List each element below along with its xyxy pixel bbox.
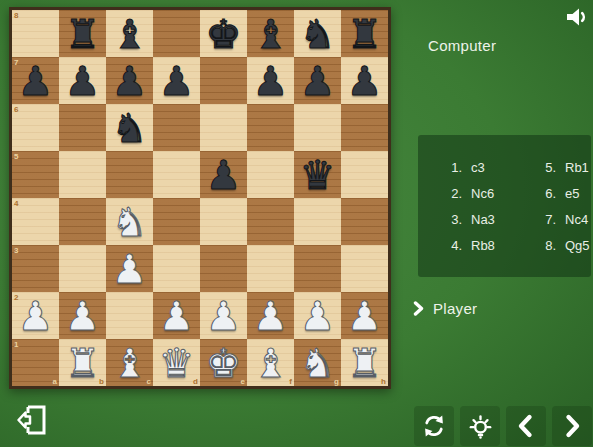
square-b8[interactable]: ♜ bbox=[59, 10, 106, 57]
piece-black-queen: ♛ bbox=[300, 153, 336, 197]
sound-button[interactable] bbox=[560, 2, 593, 32]
square-b4[interactable] bbox=[59, 198, 106, 245]
piece-white-pawn: ♟ bbox=[159, 294, 195, 338]
square-g1[interactable]: g♞ bbox=[294, 339, 341, 386]
square-b2[interactable]: ♟ bbox=[59, 292, 106, 339]
move-text: Nc4 bbox=[556, 212, 591, 227]
hint-bulb-icon bbox=[467, 413, 494, 440]
piece-white-pawn: ♟ bbox=[206, 294, 242, 338]
rank-coordinate-label: 2 bbox=[14, 293, 18, 302]
restart-button[interactable] bbox=[414, 406, 454, 446]
square-e7[interactable] bbox=[200, 57, 247, 104]
file-coordinate-label: a bbox=[53, 377, 57, 386]
exit-button[interactable] bbox=[12, 399, 52, 443]
piece-white-pawn: ♟ bbox=[112, 247, 148, 291]
piece-black-rook: ♜ bbox=[65, 12, 101, 56]
move-number: 6. bbox=[520, 186, 556, 201]
square-d4[interactable] bbox=[153, 198, 200, 245]
piece-white-rook: ♜ bbox=[65, 341, 101, 385]
piece-white-bishop: ♝ bbox=[253, 341, 289, 385]
file-coordinate-label: h bbox=[381, 377, 386, 386]
square-b3[interactable] bbox=[59, 245, 106, 292]
rank-coordinate-label: 1 bbox=[14, 340, 18, 349]
rank-coordinate-label: 5 bbox=[14, 152, 18, 161]
file-coordinate-label: d bbox=[193, 377, 198, 386]
square-e2[interactable]: ♟ bbox=[200, 292, 247, 339]
square-c3[interactable]: ♟ bbox=[106, 245, 153, 292]
square-a2[interactable]: 2♟ bbox=[12, 292, 59, 339]
piece-black-rook: ♜ bbox=[347, 12, 383, 56]
rank-coordinate-label: 8 bbox=[14, 11, 18, 20]
square-g6[interactable] bbox=[294, 104, 341, 151]
square-c8[interactable]: ♝ bbox=[106, 10, 153, 57]
chevron-right-icon bbox=[413, 301, 424, 316]
piece-white-bishop: ♝ bbox=[112, 341, 148, 385]
move-number: 5. bbox=[520, 160, 556, 175]
square-e6[interactable] bbox=[200, 104, 247, 151]
piece-black-king: ♚ bbox=[206, 12, 242, 56]
piece-black-pawn: ♟ bbox=[159, 59, 195, 103]
square-c5[interactable] bbox=[106, 151, 153, 198]
square-f4[interactable] bbox=[247, 198, 294, 245]
square-a4[interactable]: 4 bbox=[12, 198, 59, 245]
move-number: 7. bbox=[520, 212, 556, 227]
square-d7[interactable]: ♟ bbox=[153, 57, 200, 104]
square-e8[interactable]: ♚ bbox=[200, 10, 247, 57]
square-d2[interactable]: ♟ bbox=[153, 292, 200, 339]
undo-move-button[interactable] bbox=[506, 406, 546, 446]
piece-black-knight: ♞ bbox=[300, 12, 336, 56]
square-h4[interactable] bbox=[341, 198, 388, 245]
move-list-panel: 1. c3 5. Rb1 2. Nc6 6. e5 3. Na3 7. Nc4 … bbox=[418, 135, 591, 277]
square-f8[interactable]: ♝ bbox=[247, 10, 294, 57]
piece-black-bishop: ♝ bbox=[112, 12, 148, 56]
piece-white-pawn: ♟ bbox=[300, 294, 336, 338]
move-number: 3. bbox=[418, 212, 462, 227]
square-c6[interactable]: ♞ bbox=[106, 104, 153, 151]
move-number: 8. bbox=[520, 238, 556, 253]
square-e5[interactable]: ♟ bbox=[200, 151, 247, 198]
rank-coordinate-label: 6 bbox=[14, 105, 18, 114]
square-a5[interactable]: 5 bbox=[12, 151, 59, 198]
move-text: Rb1 bbox=[556, 160, 591, 175]
file-coordinate-label: f bbox=[289, 377, 292, 386]
piece-black-pawn: ♟ bbox=[65, 59, 101, 103]
piece-white-pawn: ♟ bbox=[18, 294, 54, 338]
square-a8[interactable]: 8 bbox=[12, 10, 59, 57]
square-c4[interactable]: ♞ bbox=[106, 198, 153, 245]
piece-white-king: ♚ bbox=[206, 341, 242, 385]
move-text: c3 bbox=[462, 160, 520, 175]
exit-icon bbox=[16, 402, 48, 440]
computer-player-label: Computer bbox=[428, 37, 496, 54]
square-e4[interactable] bbox=[200, 198, 247, 245]
chevron-right-icon bbox=[560, 413, 584, 439]
player-label: Player bbox=[433, 300, 477, 317]
square-g3[interactable] bbox=[294, 245, 341, 292]
square-g8[interactable]: ♞ bbox=[294, 10, 341, 57]
bottom-toolbar bbox=[414, 406, 592, 446]
piece-black-pawn: ♟ bbox=[206, 153, 242, 197]
square-b6[interactable] bbox=[59, 104, 106, 151]
move-text: Na3 bbox=[462, 212, 520, 227]
square-f1[interactable]: f♝ bbox=[247, 339, 294, 386]
piece-white-knight: ♞ bbox=[300, 341, 336, 385]
piece-black-pawn: ♟ bbox=[253, 59, 289, 103]
move-text: Qg5 bbox=[556, 238, 591, 253]
rank-coordinate-label: 4 bbox=[14, 199, 18, 208]
square-d6[interactable] bbox=[153, 104, 200, 151]
piece-black-pawn: ♟ bbox=[112, 59, 148, 103]
restart-icon bbox=[421, 413, 447, 439]
square-f7[interactable]: ♟ bbox=[247, 57, 294, 104]
square-b7[interactable]: ♟ bbox=[59, 57, 106, 104]
square-b5[interactable] bbox=[59, 151, 106, 198]
move-number: 1. bbox=[418, 160, 462, 175]
file-coordinate-label: e bbox=[241, 377, 245, 386]
square-e1[interactable]: e♚ bbox=[200, 339, 247, 386]
move-number: 2. bbox=[418, 186, 462, 201]
speaker-icon bbox=[564, 5, 591, 29]
square-h8[interactable]: ♜ bbox=[341, 10, 388, 57]
square-b1[interactable]: b♜ bbox=[59, 339, 106, 386]
square-f6[interactable] bbox=[247, 104, 294, 151]
square-a7[interactable]: 7♟ bbox=[12, 57, 59, 104]
square-h1[interactable]: h♜ bbox=[341, 339, 388, 386]
piece-white-pawn: ♟ bbox=[253, 294, 289, 338]
square-c7[interactable]: ♟ bbox=[106, 57, 153, 104]
redo-move-button[interactable] bbox=[552, 406, 592, 446]
square-h2[interactable]: ♟ bbox=[341, 292, 388, 339]
square-g4[interactable] bbox=[294, 198, 341, 245]
square-h5[interactable] bbox=[341, 151, 388, 198]
rank-coordinate-label: 3 bbox=[14, 246, 18, 255]
piece-black-bishop: ♝ bbox=[253, 12, 289, 56]
piece-white-pawn: ♟ bbox=[347, 294, 383, 338]
file-coordinate-label: c bbox=[147, 377, 151, 386]
square-d1[interactable]: d♛ bbox=[153, 339, 200, 386]
square-f5[interactable] bbox=[247, 151, 294, 198]
square-f3[interactable] bbox=[247, 245, 294, 292]
piece-black-pawn: ♟ bbox=[300, 59, 336, 103]
square-c1[interactable]: c♝ bbox=[106, 339, 153, 386]
chess-app: 8♜♝♚♝♞♜7♟♟♟♟♟♟♟6♞5♟♛4♞3♟2♟♟♟♟♟♟♟1ab♜c♝d♛… bbox=[0, 0, 593, 447]
piece-black-knight: ♞ bbox=[112, 106, 148, 150]
square-a1[interactable]: 1a bbox=[12, 339, 59, 386]
square-a6[interactable]: 6 bbox=[12, 104, 59, 151]
square-g5[interactable]: ♛ bbox=[294, 151, 341, 198]
piece-white-knight: ♞ bbox=[112, 200, 148, 244]
square-e3[interactable] bbox=[200, 245, 247, 292]
piece-white-queen: ♛ bbox=[159, 341, 195, 385]
chess-board[interactable]: 8♜♝♚♝♞♜7♟♟♟♟♟♟♟6♞5♟♛4♞3♟2♟♟♟♟♟♟♟1ab♜c♝d♛… bbox=[9, 7, 391, 389]
move-text: Nc6 bbox=[462, 186, 520, 201]
square-h6[interactable] bbox=[341, 104, 388, 151]
square-d8[interactable] bbox=[153, 10, 200, 57]
square-h7[interactable]: ♟ bbox=[341, 57, 388, 104]
move-number: 4. bbox=[418, 238, 462, 253]
move-text: Rb8 bbox=[462, 238, 520, 253]
hint-button[interactable] bbox=[460, 406, 500, 446]
piece-white-pawn: ♟ bbox=[65, 294, 101, 338]
square-g7[interactable]: ♟ bbox=[294, 57, 341, 104]
square-g2[interactable]: ♟ bbox=[294, 292, 341, 339]
piece-black-pawn: ♟ bbox=[347, 59, 383, 103]
chevron-left-icon bbox=[514, 413, 538, 439]
square-c2[interactable] bbox=[106, 292, 153, 339]
square-h3[interactable] bbox=[341, 245, 388, 292]
player-toggle[interactable]: Player bbox=[413, 300, 477, 317]
file-coordinate-label: g bbox=[334, 377, 339, 386]
square-a3[interactable]: 3 bbox=[12, 245, 59, 292]
file-coordinate-label: b bbox=[99, 377, 104, 386]
piece-black-pawn: ♟ bbox=[18, 59, 54, 103]
rank-coordinate-label: 7 bbox=[14, 58, 18, 67]
square-f2[interactable]: ♟ bbox=[247, 292, 294, 339]
square-d5[interactable] bbox=[153, 151, 200, 198]
piece-white-rook: ♜ bbox=[347, 341, 383, 385]
square-d3[interactable] bbox=[153, 245, 200, 292]
move-text: e5 bbox=[556, 186, 591, 201]
